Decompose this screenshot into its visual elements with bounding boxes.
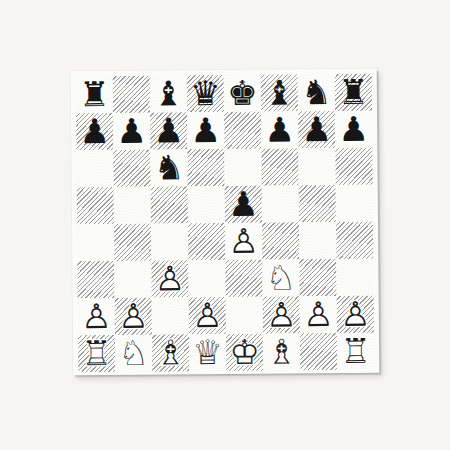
square-b7[interactable]: ♟ <box>113 113 150 150</box>
square-h2[interactable]: ♟♙ <box>337 296 374 333</box>
square-e5[interactable]: ♟ <box>225 186 262 223</box>
piece-white-king-e1[interactable]: ♚♔ <box>226 334 263 371</box>
black-pawn-icon: ♟ <box>335 111 372 148</box>
square-d2[interactable]: ♟♙ <box>189 297 226 334</box>
square-f1[interactable]: ♝♗ <box>263 333 300 370</box>
piece-white-queen-d1[interactable]: ♛♕ <box>189 334 226 371</box>
square-c5[interactable] <box>151 186 188 223</box>
white-king-icon: ♔ <box>226 334 263 371</box>
square-g6[interactable] <box>298 148 335 185</box>
square-b8[interactable] <box>113 76 150 113</box>
square-e1[interactable]: ♚♔ <box>226 334 263 371</box>
black-pawn-icon: ♟ <box>76 113 113 150</box>
piece-white-pawn-g2[interactable]: ♟♙ <box>300 296 337 333</box>
piece-black-pawn-g7[interactable]: ♟ <box>298 111 335 148</box>
white-pawn-icon: ♙ <box>151 260 188 297</box>
piece-black-knight-g8[interactable]: ♞ <box>298 74 335 111</box>
white-queen-icon: ♕ <box>189 334 226 371</box>
square-b3[interactable] <box>114 261 151 298</box>
square-e4[interactable]: ♟♙ <box>225 223 262 260</box>
white-pawn-icon: ♙ <box>263 296 300 333</box>
square-c1[interactable]: ♝♗ <box>152 334 189 371</box>
black-bishop-icon: ♝ <box>150 75 187 112</box>
piece-white-bishop-f1[interactable]: ♝♗ <box>263 333 300 370</box>
square-d8[interactable]: ♛ <box>187 75 224 112</box>
square-a7[interactable]: ♟ <box>76 113 113 150</box>
piece-white-pawn-c3[interactable]: ♟♙ <box>151 260 188 297</box>
square-c3[interactable]: ♟♙ <box>151 260 188 297</box>
white-pawn-icon: ♙ <box>225 223 262 260</box>
square-d3[interactable] <box>188 260 225 297</box>
square-h8[interactable]: ♜ <box>335 74 372 111</box>
piece-black-king-e8[interactable]: ♚ <box>224 75 261 112</box>
square-b5[interactable] <box>114 187 151 224</box>
black-pawn-icon: ♟ <box>261 111 298 148</box>
piece-black-pawn-b7[interactable]: ♟ <box>113 113 150 150</box>
square-f3[interactable]: ♞♘ <box>262 259 299 296</box>
square-c2[interactable] <box>152 297 189 334</box>
piece-black-pawn-f7[interactable]: ♟ <box>261 111 298 148</box>
piece-black-pawn-c7[interactable]: ♟ <box>150 112 187 149</box>
square-d7[interactable]: ♟ <box>187 112 224 149</box>
square-h5[interactable] <box>336 185 373 222</box>
piece-black-queen-d8[interactable]: ♛ <box>187 75 224 112</box>
white-pawn-icon: ♙ <box>337 296 374 333</box>
square-h1[interactable]: ♜♖ <box>337 333 374 370</box>
piece-black-pawn-d7[interactable]: ♟ <box>187 112 224 149</box>
piece-white-pawn-a2[interactable]: ♟♙ <box>78 298 115 335</box>
square-a1[interactable]: ♜♖ <box>78 335 115 372</box>
piece-black-pawn-h7[interactable]: ♟ <box>335 111 372 148</box>
white-rook-icon: ♖ <box>78 335 115 372</box>
square-b6[interactable] <box>113 150 150 187</box>
square-h3[interactable] <box>336 259 373 296</box>
piece-white-rook-h1[interactable]: ♜♖ <box>337 333 374 370</box>
black-pawn-icon: ♟ <box>298 111 335 148</box>
square-a3[interactable] <box>77 261 114 298</box>
piece-black-bishop-f8[interactable]: ♝ <box>261 74 298 111</box>
piece-black-pawn-e5[interactable]: ♟ <box>225 186 262 223</box>
square-g3[interactable] <box>299 259 336 296</box>
square-h7[interactable]: ♟ <box>335 111 372 148</box>
white-pawn-icon: ♙ <box>115 298 152 335</box>
chess-board: ♜♝♛♚♝♞♜♟♟♟♟♟♟♟♞♟♟♙♟♙♞♘♟♙♟♙♟♙♟♙♟♙♟♙♜♖♞♘♝♗… <box>76 74 375 373</box>
square-f7[interactable]: ♟ <box>261 111 298 148</box>
square-b4[interactable] <box>114 224 151 261</box>
white-bishop-icon: ♗ <box>263 333 300 370</box>
black-queen-icon: ♛ <box>187 75 224 112</box>
white-pawn-icon: ♙ <box>189 297 226 334</box>
black-pawn-icon: ♟ <box>187 112 224 149</box>
piece-white-pawn-b2[interactable]: ♟♙ <box>115 298 152 335</box>
black-bishop-icon: ♝ <box>261 74 298 111</box>
square-g7[interactable]: ♟ <box>298 111 335 148</box>
white-knight-icon: ♘ <box>262 259 299 296</box>
square-f4[interactable] <box>262 222 299 259</box>
square-g1[interactable] <box>300 333 337 370</box>
square-c7[interactable]: ♟ <box>150 112 187 149</box>
piece-white-pawn-h2[interactable]: ♟♙ <box>337 296 374 333</box>
white-pawn-icon: ♙ <box>78 298 115 335</box>
square-a5[interactable] <box>77 187 114 224</box>
square-c6[interactable]: ♞ <box>150 149 187 186</box>
square-f2[interactable]: ♟♙ <box>263 296 300 333</box>
square-f5[interactable] <box>262 185 299 222</box>
square-d1[interactable]: ♛♕ <box>189 334 226 371</box>
piece-white-knight-b1[interactable]: ♞♘ <box>115 335 152 372</box>
square-g5[interactable] <box>299 185 336 222</box>
square-c8[interactable]: ♝ <box>150 75 187 112</box>
square-a8[interactable]: ♜ <box>76 76 113 113</box>
square-g4[interactable] <box>299 222 336 259</box>
black-rook-icon: ♜ <box>335 74 372 111</box>
square-h4[interactable] <box>336 222 373 259</box>
white-rook-icon: ♖ <box>337 333 374 370</box>
white-pawn-icon: ♙ <box>300 296 337 333</box>
piece-black-bishop-c8[interactable]: ♝ <box>150 75 187 112</box>
piece-white-pawn-d2[interactable]: ♟♙ <box>189 297 226 334</box>
black-knight-icon: ♞ <box>150 149 187 186</box>
black-king-icon: ♚ <box>224 75 261 112</box>
black-pawn-icon: ♟ <box>225 186 262 223</box>
black-rook-icon: ♜ <box>76 76 113 113</box>
square-d4[interactable] <box>188 223 225 260</box>
square-b1[interactable]: ♞♘ <box>115 335 152 372</box>
square-f8[interactable]: ♝ <box>261 74 298 111</box>
square-h6[interactable] <box>335 148 372 185</box>
piece-white-pawn-e4[interactable]: ♟♙ <box>225 223 262 260</box>
piece-black-rook-a8[interactable]: ♜ <box>76 76 113 113</box>
product-photo-background: ♜♝♛♚♝♞♜♟♟♟♟♟♟♟♞♟♟♙♟♙♞♘♟♙♟♙♟♙♟♙♟♙♟♙♜♖♞♘♝♗… <box>0 0 450 450</box>
piece-black-rook-h8[interactable]: ♜ <box>335 74 372 111</box>
black-knight-icon: ♞ <box>298 74 335 111</box>
square-d5[interactable] <box>188 186 225 223</box>
square-e7[interactable] <box>224 112 261 149</box>
square-d6[interactable] <box>187 149 224 186</box>
piece-white-rook-a1[interactable]: ♜♖ <box>78 335 115 372</box>
square-e2[interactable] <box>226 297 263 334</box>
square-e3[interactable] <box>225 260 262 297</box>
black-pawn-icon: ♟ <box>113 113 150 150</box>
art-board-card: ♜♝♛♚♝♞♜♟♟♟♟♟♟♟♞♟♟♙♟♙♞♘♟♙♟♙♟♙♟♙♟♙♟♙♜♖♞♘♝♗… <box>71 69 380 376</box>
square-c4[interactable] <box>151 223 188 260</box>
piece-black-pawn-a7[interactable]: ♟ <box>76 113 113 150</box>
square-f6[interactable] <box>261 148 298 185</box>
piece-white-pawn-f2[interactable]: ♟♙ <box>263 296 300 333</box>
black-pawn-icon: ♟ <box>150 112 187 149</box>
square-e6[interactable] <box>224 149 261 186</box>
square-e8[interactable]: ♚ <box>224 75 261 112</box>
piece-white-bishop-c1[interactable]: ♝♗ <box>152 334 189 371</box>
white-bishop-icon: ♗ <box>152 334 189 371</box>
square-a4[interactable] <box>77 224 114 261</box>
square-a6[interactable] <box>76 150 113 187</box>
square-g2[interactable]: ♟♙ <box>300 296 337 333</box>
piece-black-knight-c6[interactable]: ♞ <box>150 149 187 186</box>
square-a2[interactable]: ♟♙ <box>78 298 115 335</box>
piece-white-knight-f3[interactable]: ♞♘ <box>262 259 299 296</box>
square-g8[interactable]: ♞ <box>298 74 335 111</box>
white-knight-icon: ♘ <box>115 335 152 372</box>
square-b2[interactable]: ♟♙ <box>115 298 152 335</box>
